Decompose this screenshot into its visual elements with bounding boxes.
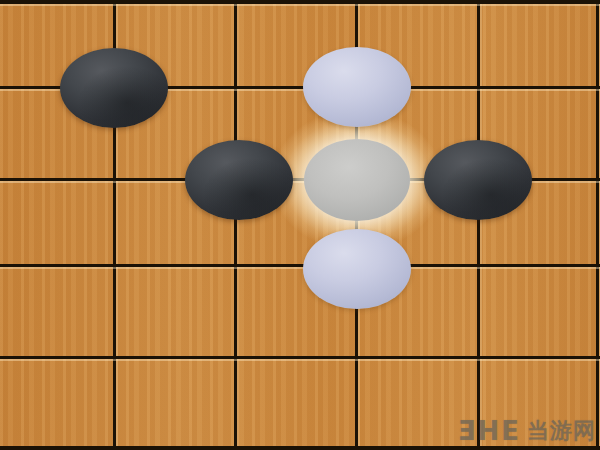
grid-line-horizontal-4 — [0, 264, 600, 267]
go-board[interactable]: ƎHE当游网 — [0, 0, 600, 450]
watermark: ƎHE当游网 — [458, 418, 596, 444]
grid-line-vertical-2 — [234, 0, 237, 450]
grid-line-horizontal-5 — [0, 356, 600, 359]
stone-white-highlighted — [304, 139, 410, 221]
stone-black — [424, 140, 532, 220]
stone-white — [303, 229, 411, 309]
stone-black — [185, 140, 293, 220]
grid-line-vertical-5 — [596, 0, 599, 450]
watermark-site-name: 当游网 — [527, 418, 596, 443]
grid-line-horizontal-1 — [0, 0, 600, 4]
grid-line-horizontal-6 — [0, 446, 600, 450]
stone-white — [303, 47, 411, 127]
watermark-logo: ƎHE — [458, 416, 521, 446]
stone-black — [60, 48, 168, 128]
grid-line-vertical-4 — [477, 0, 480, 450]
